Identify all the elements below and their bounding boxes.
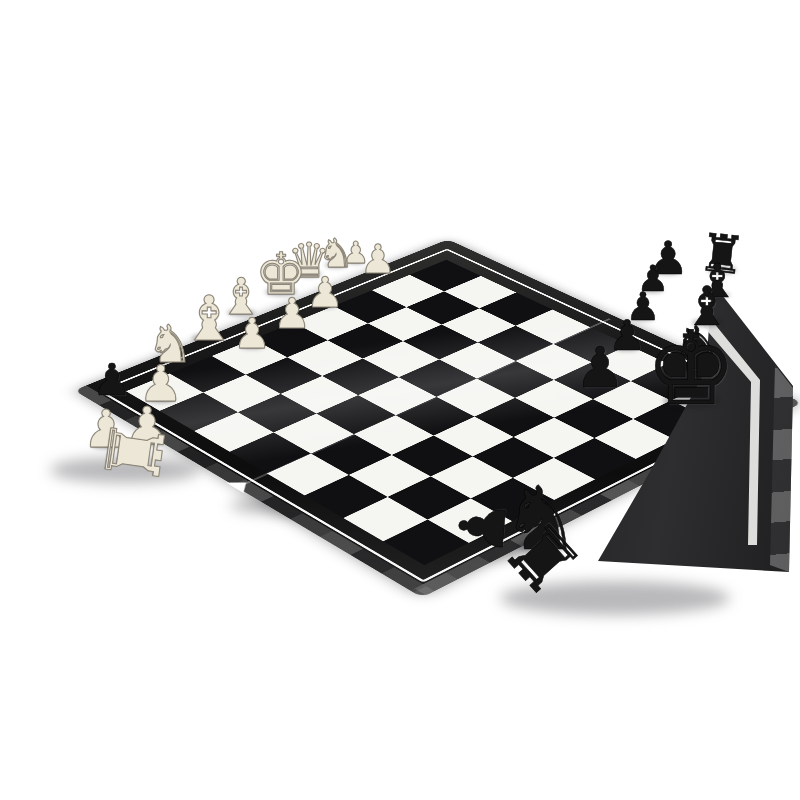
piece-white-queen-f1: ♛ <box>287 236 330 284</box>
piece-shadow <box>632 315 653 320</box>
piece-white-bishop-d1: ♝ <box>219 272 264 322</box>
piece-black-bishop-f8: ♝ <box>683 280 731 334</box>
piece-shadow <box>325 262 347 268</box>
board-mat <box>74 239 800 597</box>
piece-shadow <box>265 288 297 296</box>
chess-board <box>74 239 800 597</box>
piece-black-bishop-g8: ♝ <box>696 257 738 304</box>
piece-white-king-e1: ♚ <box>255 245 307 303</box>
piece-shadow <box>655 269 680 275</box>
piece-white-knight-g1: ♞ <box>318 233 354 273</box>
table-shadow <box>500 581 730 615</box>
piece-black-pawn-g7: ♟ <box>647 235 688 281</box>
piece-shadow <box>708 266 737 273</box>
chess-photo-scene: ♟♟♞♝♟♝♟♚♟♛♞♟♟♟♟♟♟♟♚♞♝♝♜♟♟♜♞♟♜ <box>0 0 800 800</box>
piece-white-pawn-g2: ♟ <box>343 238 370 268</box>
piece-black-rook-h8: ♜ <box>696 226 748 283</box>
piece-shadow <box>643 287 663 292</box>
piece-shadow <box>348 260 365 264</box>
piece-black-pawn-e7: ♟ <box>626 287 661 326</box>
board-grid <box>126 260 749 566</box>
piece-black-pawn-f7: ♟ <box>637 261 669 297</box>
piece-shadow <box>92 441 121 448</box>
piece-shadow <box>704 292 730 299</box>
piece-shadow <box>692 319 722 327</box>
piece-shadow <box>296 271 322 278</box>
piece-shadow <box>227 309 255 316</box>
table-shadow <box>50 457 200 483</box>
